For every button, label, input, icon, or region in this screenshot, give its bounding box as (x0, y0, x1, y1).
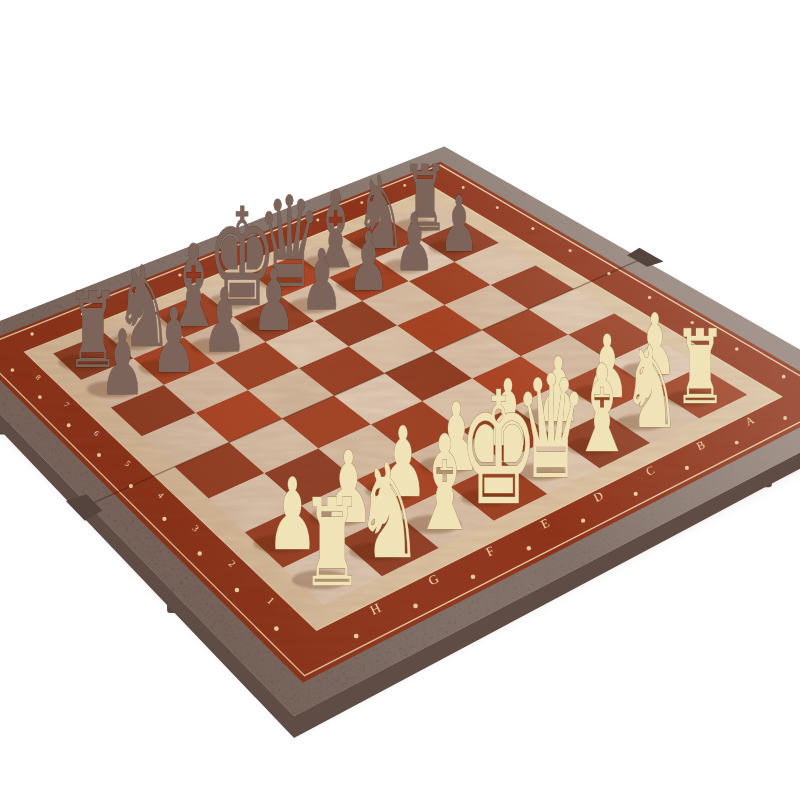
rivet-dot (274, 626, 279, 631)
piece-black-pawn-c7: ♟ (348, 215, 390, 310)
product-photo-scene: ABCDEFGH12345678♜♞♟♝♟♛♟♚♟♝♟♞♟♜♟♟♟♟♜♟♞♟♝♟… (0, 0, 800, 800)
rivet-dot (569, 249, 572, 252)
rivet-dot (67, 423, 71, 427)
rivet-dot (782, 375, 786, 379)
rivet-dot (783, 416, 787, 420)
rivet-dot (30, 332, 33, 335)
rivet-dot (735, 441, 739, 445)
chess-set-photo: ABCDEFGH12345678♜♞♟♝♟♛♟♚♟♝♟♞♟♜♟♟♟♟♜♟♞♟♝♟… (0, 0, 800, 800)
piece-black-pawn-d7: ♟ (300, 232, 343, 329)
rivet-dot (471, 574, 476, 579)
rivet-dot (607, 272, 610, 275)
rivet-dot (197, 551, 201, 555)
rivet-dot (97, 453, 101, 457)
piece-black-pawn-h7: ♟ (99, 310, 145, 414)
rivet-dot (11, 368, 15, 372)
rivet-dot (531, 227, 534, 230)
piece-white-knight-g1: ♞ (356, 435, 423, 587)
rivet-dot (735, 347, 739, 351)
rivet-dot (354, 634, 359, 639)
piece-black-pawn-b7: ♟ (394, 196, 435, 288)
piece-white-rook-a1: ♜ (674, 308, 726, 427)
rivet-dot (685, 466, 689, 470)
rivet-dot (38, 395, 42, 399)
piece-black-pawn-a7: ♟ (439, 179, 479, 270)
piece-black-pawn-g7: ♟ (151, 288, 197, 392)
rivet-dot (634, 492, 638, 496)
rivet-dot (496, 206, 499, 209)
rivet-dot (162, 517, 166, 521)
rivet-dot (235, 588, 240, 593)
rivet-dot (527, 546, 531, 550)
rivet-dot (581, 519, 585, 523)
piece-white-rook-h1: ♜ (301, 473, 363, 613)
rivet-dot (413, 604, 418, 609)
rivet-dot (129, 484, 133, 488)
piece-black-pawn-e7: ♟ (252, 250, 296, 350)
piece-black-pawn-f7: ♟ (202, 270, 247, 372)
